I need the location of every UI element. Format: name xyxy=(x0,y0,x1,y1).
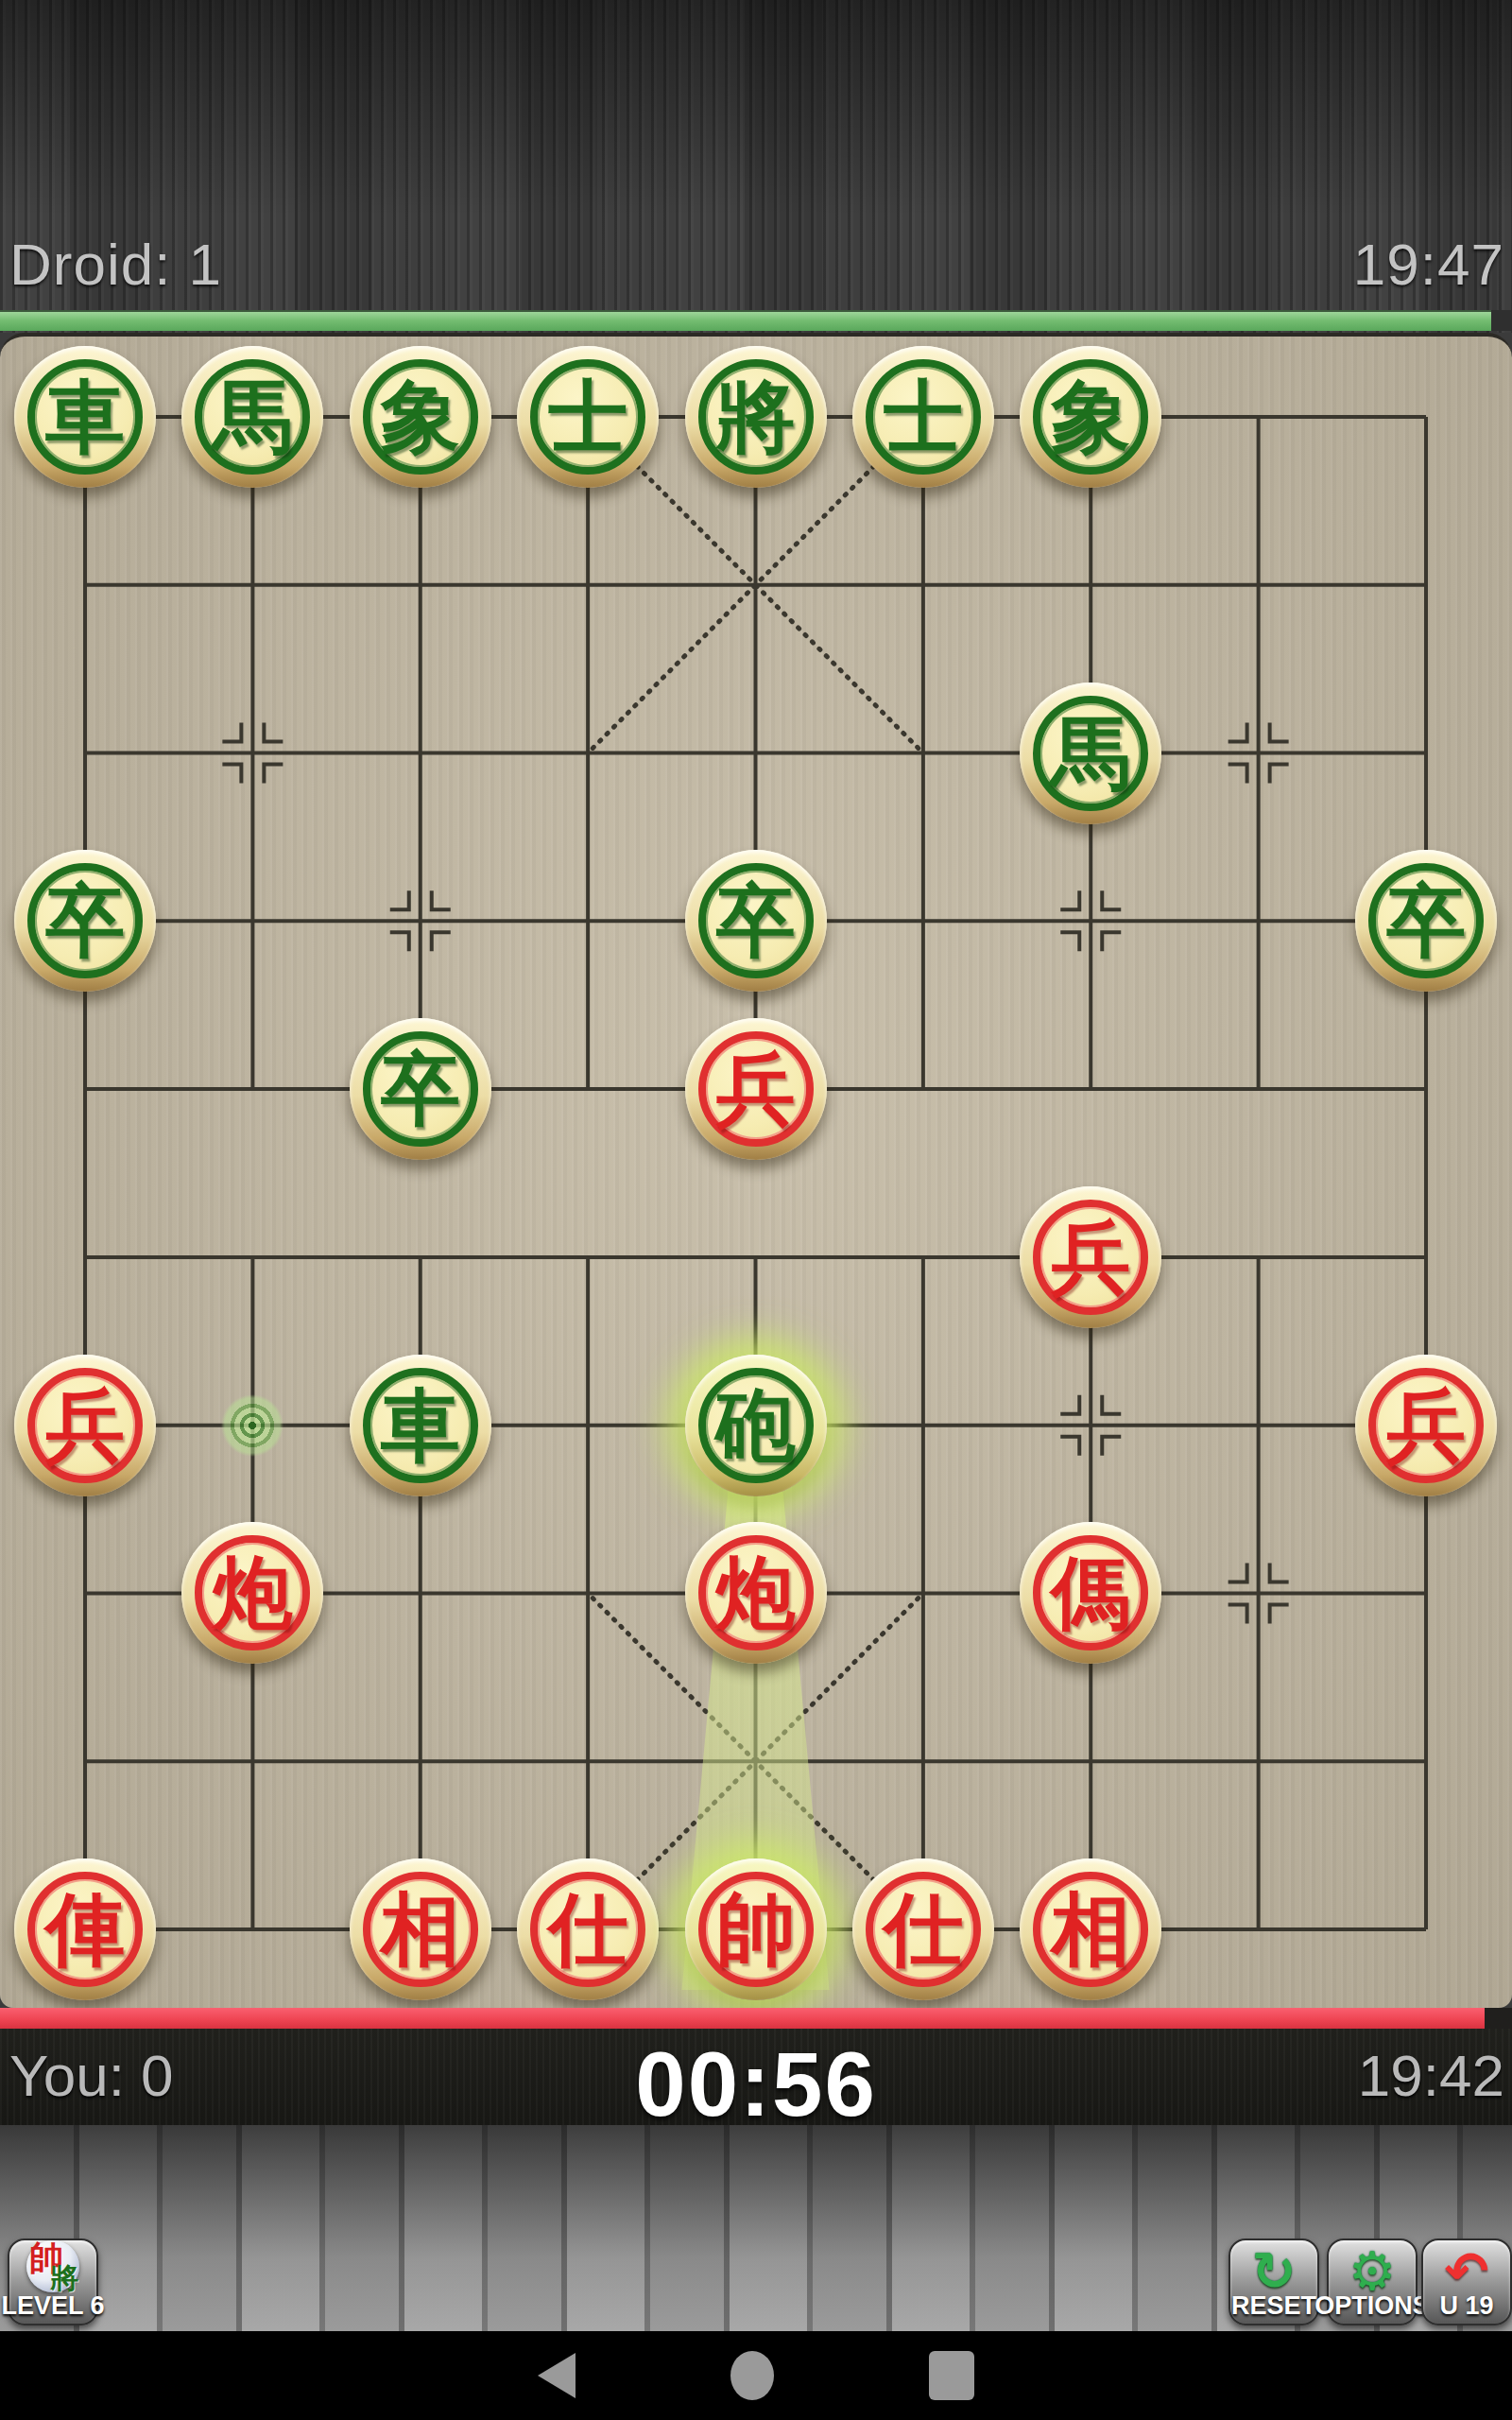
piece-green-g2[interactable]: 馬 xyxy=(1020,683,1161,824)
piece-ring: 象 xyxy=(1033,359,1148,475)
opponent-time-progress-fill xyxy=(0,310,1491,331)
piece-red-e7[interactable]: 炮 xyxy=(685,1522,827,1664)
app-level-icon: 帥 將 xyxy=(26,2240,79,2292)
app-screen: Droid: 1 19:47 車馬象士將士象馬卒卒卒卒兵兵兵車砲兵炮炮傌俥相仕帥… xyxy=(0,0,1512,2420)
xiangqi-board[interactable]: 車馬象士將士象馬卒卒卒卒兵兵兵車砲兵炮炮傌俥相仕帥仕相 xyxy=(0,333,1512,2008)
piece-character: 車 xyxy=(45,377,125,457)
home-icon[interactable] xyxy=(730,2351,774,2400)
piece-red-g7[interactable]: 傌 xyxy=(1020,1522,1161,1664)
piece-ring: 兵 xyxy=(27,1368,143,1483)
piece-ring: 傌 xyxy=(1033,1535,1148,1651)
top-background: Droid: 1 19:47 xyxy=(0,0,1512,333)
piece-green-a3[interactable]: 卒 xyxy=(14,850,156,992)
piece-ring: 相 xyxy=(1033,1872,1148,1987)
piece-ring: 相 xyxy=(363,1872,478,1987)
piece-ring: 砲 xyxy=(698,1368,814,1483)
opponent-clock: 19:47 xyxy=(1353,231,1504,298)
undo-arrow-icon: ↶ xyxy=(1445,2245,1489,2298)
piece-character: 仕 xyxy=(548,1890,627,1969)
piece-character: 馬 xyxy=(213,377,292,457)
piece-ring: 將 xyxy=(698,359,814,475)
piece-character: 象 xyxy=(1051,377,1130,457)
piece-green-f0[interactable]: 士 xyxy=(852,346,994,488)
piece-character: 卒 xyxy=(381,1049,460,1129)
piece-green-a0[interactable]: 車 xyxy=(14,346,156,488)
piece-green-e6[interactable]: 砲 xyxy=(685,1355,827,1496)
piece-ring: 炮 xyxy=(698,1535,814,1651)
android-navigation-bar xyxy=(0,2331,1512,2420)
piece-character: 卒 xyxy=(1386,881,1466,960)
piece-green-c4[interactable]: 卒 xyxy=(350,1018,491,1160)
piece-red-e9[interactable]: 帥 xyxy=(685,1858,827,2000)
piece-character: 傌 xyxy=(1051,1553,1130,1633)
reset-refresh-icon: ↻ xyxy=(1252,2245,1297,2298)
opponent-score-label: Droid: 1 xyxy=(9,231,222,298)
piece-red-a6[interactable]: 兵 xyxy=(14,1355,156,1496)
piece-green-e3[interactable]: 卒 xyxy=(685,850,827,992)
piece-red-f9[interactable]: 仕 xyxy=(852,1858,994,2000)
piece-character: 馬 xyxy=(1051,714,1130,793)
last-move-origin-marker xyxy=(221,1394,283,1457)
piece-green-d0[interactable]: 士 xyxy=(517,346,659,488)
level-button[interactable]: 帥 將 LEVEL 6 xyxy=(8,2238,98,2325)
piece-ring: 卒 xyxy=(363,1031,478,1147)
piece-ring: 象 xyxy=(363,359,478,475)
player-clock: 19:42 xyxy=(1358,2042,1504,2109)
level-icon-green-general: 將 xyxy=(50,2264,78,2292)
piece-green-e0[interactable]: 將 xyxy=(685,346,827,488)
player-time-progress-fill xyxy=(0,2008,1485,2029)
piece-character: 俥 xyxy=(45,1890,125,1969)
piece-ring: 士 xyxy=(866,359,981,475)
piece-character: 卒 xyxy=(45,881,125,960)
piece-green-i3[interactable]: 卒 xyxy=(1355,850,1497,992)
piece-character: 相 xyxy=(1051,1890,1130,1969)
options-button-label: OPTIONS xyxy=(1314,2292,1430,2321)
piece-red-e4[interactable]: 兵 xyxy=(685,1018,827,1160)
piece-character: 炮 xyxy=(716,1553,796,1633)
reset-button[interactable]: ↻ RESET xyxy=(1228,2238,1319,2325)
piece-character: 士 xyxy=(884,377,963,457)
piece-green-c0[interactable]: 象 xyxy=(350,346,491,488)
piece-green-c6[interactable]: 車 xyxy=(350,1355,491,1496)
piece-character: 象 xyxy=(381,377,460,457)
options-gear-icon: ⚙ xyxy=(1349,2245,1396,2298)
piece-green-g0[interactable]: 象 xyxy=(1020,346,1161,488)
piece-ring: 帥 xyxy=(698,1872,814,1987)
opponent-time-progressbar xyxy=(0,310,1512,331)
piece-character: 兵 xyxy=(1386,1386,1466,1465)
piece-red-g5[interactable]: 兵 xyxy=(1020,1186,1161,1328)
piece-ring: 兵 xyxy=(698,1031,814,1147)
options-button[interactable]: ⚙ OPTIONS xyxy=(1327,2238,1417,2325)
piece-ring: 俥 xyxy=(27,1872,143,1987)
piece-ring: 卒 xyxy=(27,863,143,978)
piece-ring: 兵 xyxy=(1033,1200,1148,1315)
piece-character: 砲 xyxy=(716,1386,796,1465)
piece-ring: 車 xyxy=(363,1368,478,1483)
piece-red-a9[interactable]: 俥 xyxy=(14,1858,156,2000)
piece-ring: 馬 xyxy=(1033,696,1148,811)
piece-red-d9[interactable]: 仕 xyxy=(517,1858,659,2000)
piece-ring: 炮 xyxy=(195,1535,310,1651)
piece-ring: 卒 xyxy=(1368,863,1484,978)
piece-character: 炮 xyxy=(213,1553,292,1633)
piece-ring: 仕 xyxy=(866,1872,981,1987)
piece-character: 仕 xyxy=(884,1890,963,1969)
piece-ring: 兵 xyxy=(1368,1368,1484,1483)
piece-character: 相 xyxy=(381,1890,460,1969)
piece-character: 兵 xyxy=(1051,1218,1130,1297)
undo-button-label: U 19 xyxy=(1439,2292,1493,2321)
piece-ring: 馬 xyxy=(195,359,310,475)
piece-red-g9[interactable]: 相 xyxy=(1020,1858,1161,2000)
piece-character: 帥 xyxy=(716,1890,796,1969)
piece-green-b0[interactable]: 馬 xyxy=(181,346,323,488)
piece-character: 卒 xyxy=(716,881,796,960)
piece-ring: 仕 xyxy=(530,1872,645,1987)
level-button-label: LEVEL 6 xyxy=(1,2292,104,2321)
piece-character: 兵 xyxy=(45,1386,125,1465)
piece-ring: 士 xyxy=(530,359,645,475)
piece-ring: 車 xyxy=(27,359,143,475)
reset-button-label: RESET xyxy=(1231,2292,1316,2321)
move-timer: 00:56 xyxy=(0,2032,1512,2136)
piece-red-c9[interactable]: 相 xyxy=(350,1858,491,2000)
undo-button[interactable]: ↶ U 19 xyxy=(1421,2238,1512,2325)
player-time-progressbar xyxy=(0,2008,1512,2029)
piece-character: 兵 xyxy=(716,1049,796,1129)
back-icon[interactable] xyxy=(538,2353,576,2398)
piece-ring: 卒 xyxy=(698,863,814,978)
recents-icon[interactable] xyxy=(929,2351,974,2400)
piece-character: 士 xyxy=(548,377,627,457)
piece-red-b7[interactable]: 炮 xyxy=(181,1522,323,1664)
piece-red-i6[interactable]: 兵 xyxy=(1355,1355,1497,1496)
piece-character: 將 xyxy=(716,377,796,457)
piece-character: 車 xyxy=(381,1386,460,1465)
